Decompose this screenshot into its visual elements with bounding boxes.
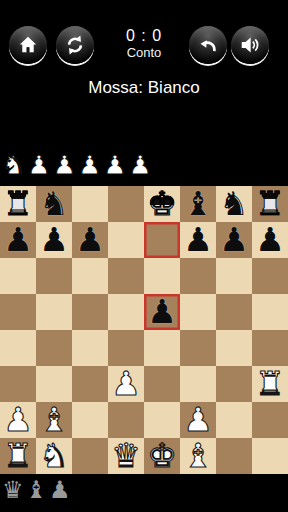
captured-white-P: ♟ xyxy=(129,150,154,180)
captured-black-B: ♝ xyxy=(26,476,50,504)
square-e1[interactable]: ♚ xyxy=(144,438,180,474)
square-c4[interactable] xyxy=(72,330,108,366)
square-a3[interactable] xyxy=(0,366,36,402)
square-e8[interactable]: ♚ xyxy=(144,186,180,222)
square-e4[interactable] xyxy=(144,330,180,366)
square-d2[interactable] xyxy=(108,402,144,438)
piece-bP-b7: ♟ xyxy=(39,222,69,258)
score-display: 0 : 0 Conto xyxy=(100,26,188,61)
score-label: Conto xyxy=(100,45,188,61)
square-b1[interactable]: ♞ xyxy=(36,438,72,474)
square-b4[interactable] xyxy=(36,330,72,366)
square-a8[interactable]: ♜ xyxy=(0,186,36,222)
square-c1[interactable] xyxy=(72,438,108,474)
square-g4[interactable] xyxy=(216,330,252,366)
square-b8[interactable]: ♞ xyxy=(36,186,72,222)
piece-bP-g7: ♟ xyxy=(219,222,249,258)
piece-bP-h7: ♟ xyxy=(255,222,285,258)
square-e3[interactable] xyxy=(144,366,180,402)
captured-white-P: ♟ xyxy=(103,150,128,180)
square-f6[interactable] xyxy=(180,258,216,294)
sound-button[interactable] xyxy=(231,26,269,64)
piece-bK-e8: ♚ xyxy=(147,186,177,222)
square-e7[interactable] xyxy=(144,222,180,258)
piece-bN-g8: ♞ xyxy=(219,186,249,222)
square-f7[interactable]: ♟ xyxy=(180,222,216,258)
square-g3[interactable] xyxy=(216,366,252,402)
square-d5[interactable] xyxy=(108,294,144,330)
square-f8[interactable]: ♝ xyxy=(180,186,216,222)
piece-bP-f7: ♟ xyxy=(183,222,213,258)
square-c3[interactable] xyxy=(72,366,108,402)
captured-black-Q: ♛ xyxy=(2,476,26,504)
piece-bR-h8: ♜ xyxy=(255,186,285,222)
square-a6[interactable] xyxy=(0,258,36,294)
piece-wR-h3: ♜ xyxy=(255,366,285,402)
captured-black-P: ♟ xyxy=(49,476,73,504)
piece-bP-a7: ♟ xyxy=(3,222,33,258)
captured-white-N: ♞ xyxy=(2,150,27,180)
square-d8[interactable] xyxy=(108,186,144,222)
piece-wP-a2: ♟ xyxy=(3,402,33,438)
square-d1[interactable]: ♛ xyxy=(108,438,144,474)
square-b2[interactable]: ♝ xyxy=(36,402,72,438)
piece-bR-a8: ♜ xyxy=(3,186,33,222)
refresh-icon xyxy=(64,34,86,56)
square-c5[interactable] xyxy=(72,294,108,330)
square-g5[interactable] xyxy=(216,294,252,330)
square-h3[interactable]: ♜ xyxy=(252,366,288,402)
piece-bB-f8: ♝ xyxy=(183,186,213,222)
square-c8[interactable] xyxy=(72,186,108,222)
home-button[interactable] xyxy=(9,26,47,64)
piece-bP-e5: ♟ xyxy=(147,294,177,330)
square-h5[interactable] xyxy=(252,294,288,330)
square-a4[interactable] xyxy=(0,330,36,366)
piece-wB-f1: ♝ xyxy=(183,438,213,474)
square-e5[interactable]: ♟ xyxy=(144,294,180,330)
square-d3[interactable]: ♟ xyxy=(108,366,144,402)
speaker-icon xyxy=(239,34,261,56)
chess-app-screen: 0 : 0 Conto Mossa: Bianco ♞♟♟♟♟♟ ♜♞♚♝♞♜♟… xyxy=(0,0,288,512)
home-icon xyxy=(17,34,39,56)
captured-white-pieces-tray: ♞♟♟♟♟♟ xyxy=(2,148,286,182)
piece-wR-a1: ♜ xyxy=(3,438,33,474)
square-f5[interactable] xyxy=(180,294,216,330)
piece-bN-b8: ♞ xyxy=(39,186,69,222)
piece-wP-d3: ♟ xyxy=(111,366,141,402)
square-g6[interactable] xyxy=(216,258,252,294)
move-indicator: Mossa: Bianco xyxy=(0,78,288,98)
square-c6[interactable] xyxy=(72,258,108,294)
piece-wK-e1: ♚ xyxy=(147,438,177,474)
captured-white-P: ♟ xyxy=(53,150,78,180)
captured-white-P: ♟ xyxy=(27,150,52,180)
piece-wQ-d1: ♛ xyxy=(111,438,141,474)
square-c7[interactable]: ♟ xyxy=(72,222,108,258)
square-f3[interactable] xyxy=(180,366,216,402)
square-b3[interactable] xyxy=(36,366,72,402)
square-g2[interactable] xyxy=(216,402,252,438)
score-value: 0 : 0 xyxy=(100,26,188,45)
square-d7[interactable] xyxy=(108,222,144,258)
square-c2[interactable] xyxy=(72,402,108,438)
square-h2[interactable] xyxy=(252,402,288,438)
piece-bP-c7: ♟ xyxy=(75,222,105,258)
square-a5[interactable] xyxy=(0,294,36,330)
piece-wB-b2: ♝ xyxy=(39,402,69,438)
square-a1[interactable]: ♜ xyxy=(0,438,36,474)
piece-wP-f2: ♟ xyxy=(183,402,213,438)
square-b7[interactable]: ♟ xyxy=(36,222,72,258)
square-h8[interactable]: ♜ xyxy=(252,186,288,222)
square-d4[interactable] xyxy=(108,330,144,366)
square-f1[interactable]: ♝ xyxy=(180,438,216,474)
square-h6[interactable] xyxy=(252,258,288,294)
square-a7[interactable]: ♟ xyxy=(0,222,36,258)
undo-button[interactable] xyxy=(189,26,227,64)
square-d6[interactable] xyxy=(108,258,144,294)
square-e2[interactable] xyxy=(144,402,180,438)
square-g8[interactable]: ♞ xyxy=(216,186,252,222)
square-b5[interactable] xyxy=(36,294,72,330)
piece-wN-b1: ♞ xyxy=(39,438,69,474)
square-g1[interactable] xyxy=(216,438,252,474)
square-e6[interactable] xyxy=(144,258,180,294)
square-b6[interactable] xyxy=(36,258,72,294)
square-f4[interactable] xyxy=(180,330,216,366)
square-h7[interactable]: ♟ xyxy=(252,222,288,258)
square-g7[interactable]: ♟ xyxy=(216,222,252,258)
square-f2[interactable]: ♟ xyxy=(180,402,216,438)
chess-board: ♜♞♚♝♞♜♟♟♟♟♟♟♟♟♜♟♝♟♜♞♛♚♝ xyxy=(0,186,288,474)
captured-white-P: ♟ xyxy=(78,150,103,180)
captured-black-pieces-tray: ♛♝♟ xyxy=(2,474,286,506)
square-h1[interactable] xyxy=(252,438,288,474)
square-a2[interactable]: ♟ xyxy=(0,402,36,438)
restart-button[interactable] xyxy=(56,26,94,64)
square-h4[interactable] xyxy=(252,330,288,366)
undo-arrow-icon xyxy=(197,34,219,56)
